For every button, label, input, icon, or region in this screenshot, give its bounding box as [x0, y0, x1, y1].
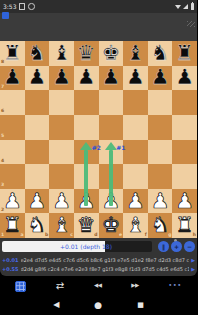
piece-white-pawn[interactable]: ♟ — [151, 191, 170, 212]
square-b7[interactable]: ♟ — [25, 66, 50, 91]
square-c6[interactable] — [49, 90, 74, 115]
square-a7[interactable]: 7♟ — [0, 66, 25, 91]
engine-line-2[interactable]: +0.55 d2d4 g8f6 c2c4 e7e6 e2e3 f8e7 g1f3… — [0, 264, 197, 273]
piece-black-pawn[interactable]: ♟ — [77, 67, 96, 88]
app-screen: 3:53 8♜♞♝♛♚♝♞♜7♟♟♟♟♟♟♟♟65432♟♟♟♟♟♟♟♟1a♜b… — [0, 0, 197, 315]
app-toolbar: ⇄ ◀◀ ▶▶ ••• — [0, 277, 197, 295]
piece-white-bishop[interactable]: ♝ — [52, 215, 71, 236]
rank-label: 6 — [1, 109, 4, 114]
file-label: h — [193, 233, 196, 238]
square-d4[interactable] — [74, 140, 99, 165]
app-header — [0, 13, 197, 41]
piece-black-pawn[interactable]: ♟ — [126, 67, 145, 88]
piece-white-pawn[interactable]: ♟ — [28, 191, 47, 212]
square-d1[interactable]: d♛ — [74, 213, 99, 238]
piece-black-rook[interactable]: ♜ — [3, 43, 22, 64]
file-label: d — [94, 233, 97, 238]
square-h6[interactable] — [172, 90, 197, 115]
status-bar: 3:53 — [0, 0, 197, 13]
rank-label: 7 — [1, 85, 4, 90]
square-g3[interactable] — [148, 164, 173, 189]
status-left: 3:53 — [0, 3, 35, 10]
add-line-button[interactable]: + — [171, 241, 182, 252]
signal-icon — [183, 4, 188, 9]
expand-line-icon[interactable]: ▶ — [189, 257, 197, 263]
status-right — [175, 3, 198, 10]
file-label: b — [45, 233, 48, 238]
file-label: c — [70, 233, 73, 238]
flip-board-icon[interactable]: ⇄ — [56, 281, 64, 291]
battery-icon — [191, 3, 195, 10]
square-g4[interactable] — [148, 140, 173, 165]
piece-white-knight[interactable]: ♞ — [28, 215, 47, 236]
expand-line-icon[interactable]: ▶ — [189, 266, 197, 272]
square-c2[interactable]: ♟ — [49, 189, 74, 214]
square-a6[interactable]: 6 — [0, 90, 25, 115]
piece-black-bishop[interactable]: ♝ — [126, 43, 145, 64]
fast-rewind-icon[interactable]: ◀◀ — [94, 283, 101, 289]
square-h4[interactable] — [172, 140, 197, 165]
square-a2[interactable]: 2♟ — [0, 189, 25, 214]
square-e2[interactable]: ♟ — [99, 189, 124, 214]
square-h8[interactable]: ♜ — [172, 41, 197, 66]
rank-label: 2 — [1, 208, 4, 213]
remove-line-button[interactable]: − — [184, 241, 195, 252]
clock-time: 3:53 — [3, 3, 16, 10]
piece-black-bishop[interactable]: ♝ — [52, 43, 71, 64]
line-moves: e2e4 d7d5 e4d5 c7c6 d5c6 b8c6 g1f3 e7e5 … — [21, 257, 190, 263]
square-b5[interactable] — [25, 115, 50, 140]
square-f5[interactable] — [123, 115, 148, 140]
square-h5[interactable] — [172, 115, 197, 140]
line-eval: +0.55 — [0, 266, 19, 272]
square-b8[interactable]: ♞ — [25, 41, 50, 66]
square-d2[interactable]: ♟ — [74, 189, 99, 214]
file-label: a — [21, 233, 24, 238]
square-h1[interactable]: h♜ — [172, 213, 197, 238]
piece-white-pawn[interactable]: ♟ — [3, 191, 22, 212]
square-e8[interactable]: ♚ — [99, 41, 124, 66]
piece-white-king[interactable]: ♚ — [101, 215, 120, 236]
square-g1[interactable]: g♞ — [148, 213, 173, 238]
piece-black-rook[interactable]: ♜ — [175, 43, 194, 64]
rank-label: 5 — [1, 134, 4, 139]
square-f6[interactable] — [123, 90, 148, 115]
square-d5[interactable] — [74, 115, 99, 140]
wifi-icon — [175, 5, 181, 9]
square-f1[interactable]: f♝ — [123, 213, 148, 238]
piece-black-pawn[interactable]: ♟ — [101, 67, 120, 88]
square-e1[interactable]: e♚ — [99, 213, 124, 238]
square-g6[interactable] — [148, 90, 173, 115]
piece-white-pawn[interactable]: ♟ — [175, 191, 194, 212]
piece-white-pawn[interactable]: ♟ — [52, 191, 71, 212]
square-e6[interactable] — [99, 90, 124, 115]
rank-label: 1 — [1, 233, 4, 238]
piece-white-knight[interactable]: ♞ — [151, 215, 170, 236]
square-b4[interactable] — [25, 140, 50, 165]
notification-circle-icon — [28, 3, 35, 10]
board-view-icon[interactable] — [15, 281, 26, 292]
file-label: f — [145, 233, 147, 238]
square-d3[interactable] — [74, 164, 99, 189]
piece-white-rook[interactable]: ♜ — [3, 215, 22, 236]
piece-black-queen[interactable]: ♛ — [77, 43, 96, 64]
nav-home-icon[interactable]: ● — [94, 301, 102, 310]
square-h2[interactable]: ♟ — [172, 189, 197, 214]
rank-label: 8 — [1, 60, 4, 65]
file-label: g — [168, 233, 171, 238]
android-nav-bar: ◀ ● ■ — [0, 295, 197, 315]
square-c4[interactable] — [49, 140, 74, 165]
more-options-icon[interactable]: ••• — [168, 283, 182, 289]
piece-black-knight[interactable]: ♞ — [28, 43, 47, 64]
piece-black-pawn[interactable]: ♟ — [151, 67, 170, 88]
file-label: e — [119, 233, 122, 238]
square-b3[interactable] — [25, 164, 50, 189]
square-c8[interactable]: ♝ — [49, 41, 74, 66]
square-f7[interactable]: ♟ — [123, 66, 148, 91]
piece-black-king[interactable]: ♚ — [101, 43, 120, 64]
square-h7[interactable]: ♟ — [172, 66, 197, 91]
square-h3[interactable] — [172, 164, 197, 189]
square-f3[interactable] — [123, 164, 148, 189]
nav-recents-icon[interactable]: ■ — [137, 302, 144, 309]
pause-engine-button[interactable]: ‖ — [158, 241, 169, 252]
chess-board[interactable]: 8♜♞♝♛♚♝♞♜7♟♟♟♟♟♟♟♟65432♟♟♟♟♟♟♟♟1a♜b♞c♝d♛… — [0, 41, 197, 238]
square-d8[interactable]: ♛ — [74, 41, 99, 66]
piece-white-pawn[interactable]: ♟ — [126, 191, 145, 212]
piece-white-pawn[interactable]: ♟ — [77, 191, 96, 212]
piece-black-pawn[interactable]: ♟ — [52, 67, 71, 88]
evaluation-text: +0.01 (depth 18) — [60, 243, 112, 250]
square-e5[interactable] — [99, 115, 124, 140]
piece-white-rook[interactable]: ♜ — [175, 215, 194, 236]
square-g2[interactable]: ♟ — [148, 189, 173, 214]
square-e7[interactable]: ♟ — [99, 66, 124, 91]
square-b6[interactable] — [25, 90, 50, 115]
square-d6[interactable] — [74, 90, 99, 115]
resize-grip-icon — [187, 21, 195, 27]
piece-black-pawn[interactable]: ♟ — [28, 67, 47, 88]
square-f4[interactable] — [123, 140, 148, 165]
square-a4[interactable]: 4 — [0, 140, 25, 165]
line-eval: +0.01 — [0, 257, 19, 263]
square-b1[interactable]: b♞ — [25, 213, 50, 238]
fast-forward-icon[interactable]: ▶▶ — [131, 283, 138, 289]
nav-back-icon[interactable]: ◀ — [53, 301, 59, 309]
piece-white-queen[interactable]: ♛ — [77, 215, 96, 236]
square-a1[interactable]: 1a♜ — [0, 213, 25, 238]
square-f2[interactable]: ♟ — [123, 189, 148, 214]
square-a8[interactable]: 8♜ — [0, 41, 25, 66]
piece-black-knight[interactable]: ♞ — [151, 43, 170, 64]
square-g5[interactable] — [148, 115, 173, 140]
square-g7[interactable]: ♟ — [148, 66, 173, 91]
square-c5[interactable] — [49, 115, 74, 140]
square-f8[interactable]: ♝ — [123, 41, 148, 66]
square-c7[interactable]: ♟ — [49, 66, 74, 91]
square-a3[interactable]: 3 — [0, 164, 25, 189]
square-d7[interactable]: ♟ — [74, 66, 99, 91]
engine-panel: +0.01 (depth 18) ‖ + − +0.01 e2e4 d7d5 e… — [0, 238, 197, 276]
square-g8[interactable]: ♞ — [148, 41, 173, 66]
engine-line-1[interactable]: +0.01 e2e4 d7d5 e4d5 c7c6 d5c6 b8c6 g1f3… — [0, 255, 197, 264]
notification-square-icon — [19, 3, 25, 10]
piece-white-pawn[interactable]: ♟ — [101, 191, 120, 212]
square-a5[interactable]: 5 — [0, 115, 25, 140]
square-e4[interactable] — [99, 140, 124, 165]
rank-label: 3 — [1, 183, 4, 188]
square-c3[interactable] — [49, 164, 74, 189]
square-c1[interactable]: c♝ — [49, 213, 74, 238]
square-e3[interactable] — [99, 164, 124, 189]
line-moves: d2d4 g8f6 c2c4 e7e6 e2e3 f8e7 g1f3 e8g8 … — [21, 266, 190, 272]
rank-label: 4 — [1, 159, 4, 164]
piece-black-pawn[interactable]: ♟ — [3, 67, 22, 88]
square-b2[interactable]: ♟ — [25, 189, 50, 214]
piece-black-pawn[interactable]: ♟ — [175, 67, 194, 88]
piece-white-bishop[interactable]: ♝ — [126, 215, 145, 236]
engine-status-indicator — [2, 12, 9, 19]
